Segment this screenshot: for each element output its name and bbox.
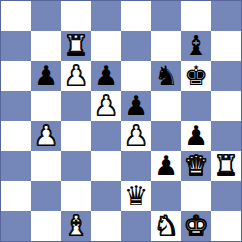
- square-f5[interactable]: [151, 91, 181, 121]
- square-f2[interactable]: [151, 181, 181, 211]
- square-a3[interactable]: [1, 151, 31, 181]
- square-c4[interactable]: [61, 121, 91, 151]
- square-c5[interactable]: [61, 91, 91, 121]
- square-c8[interactable]: [61, 1, 91, 31]
- square-h4[interactable]: [211, 121, 241, 151]
- square-b1[interactable]: [31, 211, 61, 241]
- square-h5[interactable]: [211, 91, 241, 121]
- white-rook[interactable]: ♜: [214, 151, 238, 181]
- white-rook[interactable]: ♜: [64, 31, 88, 61]
- square-b3[interactable]: [31, 151, 61, 181]
- white-knight[interactable]: ♞: [154, 211, 178, 241]
- square-d5[interactable]: ♟: [91, 91, 121, 121]
- square-a6[interactable]: [1, 61, 31, 91]
- square-b7[interactable]: [31, 31, 61, 61]
- square-f3[interactable]: ♟: [151, 151, 181, 181]
- black-king[interactable]: ♚: [184, 61, 208, 91]
- square-e5[interactable]: ♟: [121, 91, 151, 121]
- square-d1[interactable]: [91, 211, 121, 241]
- chess-board: ♜♝♟♟♟♞♚♟♟♟♟♟♟♛♜♛♝♞♚: [0, 0, 242, 242]
- square-f8[interactable]: [151, 1, 181, 31]
- square-g7[interactable]: ♝: [181, 31, 211, 61]
- white-queen[interactable]: ♛: [184, 151, 208, 181]
- square-g2[interactable]: [181, 181, 211, 211]
- square-c6[interactable]: ♟: [61, 61, 91, 91]
- square-h8[interactable]: [211, 1, 241, 31]
- black-bishop[interactable]: ♝: [184, 31, 208, 61]
- square-g6[interactable]: ♚: [181, 61, 211, 91]
- square-e1[interactable]: [121, 211, 151, 241]
- square-d4[interactable]: [91, 121, 121, 151]
- square-a5[interactable]: [1, 91, 31, 121]
- square-a2[interactable]: [1, 181, 31, 211]
- square-g5[interactable]: [181, 91, 211, 121]
- white-pawn[interactable]: ♟: [64, 61, 88, 91]
- square-b8[interactable]: [31, 1, 61, 31]
- square-a7[interactable]: [1, 31, 31, 61]
- square-d7[interactable]: [91, 31, 121, 61]
- black-pawn[interactable]: ♟: [94, 61, 118, 91]
- black-pawn[interactable]: ♟: [34, 61, 58, 91]
- white-pawn[interactable]: ♟: [124, 121, 148, 151]
- square-e7[interactable]: [121, 31, 151, 61]
- black-pawn[interactable]: ♟: [154, 151, 178, 181]
- square-g4[interactable]: ♟: [181, 121, 211, 151]
- square-a1[interactable]: [1, 211, 31, 241]
- black-pawn[interactable]: ♟: [184, 121, 208, 151]
- square-f6[interactable]: ♞: [151, 61, 181, 91]
- square-e3[interactable]: [121, 151, 151, 181]
- square-h6[interactable]: [211, 61, 241, 91]
- white-pawn[interactable]: ♟: [94, 91, 118, 121]
- square-h2[interactable]: [211, 181, 241, 211]
- square-c2[interactable]: [61, 181, 91, 211]
- square-f1[interactable]: ♞: [151, 211, 181, 241]
- square-b4[interactable]: ♟: [31, 121, 61, 151]
- black-queen[interactable]: ♛: [124, 181, 148, 211]
- square-e6[interactable]: [121, 61, 151, 91]
- white-bishop[interactable]: ♝: [64, 211, 88, 241]
- square-h7[interactable]: [211, 31, 241, 61]
- square-a8[interactable]: [1, 1, 31, 31]
- square-b2[interactable]: [31, 181, 61, 211]
- square-b5[interactable]: [31, 91, 61, 121]
- square-e8[interactable]: [121, 1, 151, 31]
- square-c3[interactable]: [61, 151, 91, 181]
- square-d6[interactable]: ♟: [91, 61, 121, 91]
- square-g8[interactable]: [181, 1, 211, 31]
- black-knight[interactable]: ♞: [154, 61, 178, 91]
- square-c7[interactable]: ♜: [61, 31, 91, 61]
- square-c1[interactable]: ♝: [61, 211, 91, 241]
- square-a4[interactable]: [1, 121, 31, 151]
- square-d8[interactable]: [91, 1, 121, 31]
- square-d3[interactable]: [91, 151, 121, 181]
- square-g3[interactable]: ♛: [181, 151, 211, 181]
- white-pawn[interactable]: ♟: [34, 121, 58, 151]
- square-f4[interactable]: [151, 121, 181, 151]
- square-b6[interactable]: ♟: [31, 61, 61, 91]
- square-e2[interactable]: ♛: [121, 181, 151, 211]
- square-g1[interactable]: ♚: [181, 211, 211, 241]
- square-h1[interactable]: [211, 211, 241, 241]
- square-h3[interactable]: ♜: [211, 151, 241, 181]
- white-king[interactable]: ♚: [184, 211, 208, 241]
- square-f7[interactable]: [151, 31, 181, 61]
- black-pawn[interactable]: ♟: [124, 91, 148, 121]
- square-e4[interactable]: ♟: [121, 121, 151, 151]
- square-d2[interactable]: [91, 181, 121, 211]
